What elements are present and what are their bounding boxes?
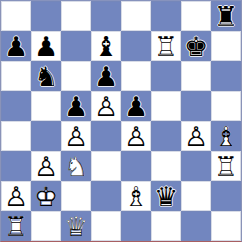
white-piece-fill-glyph: ♟ (31, 151, 61, 181)
square-f2[interactable]: ♛ (151, 181, 181, 211)
square-g7[interactable]: ♚ (181, 31, 211, 61)
black-piece-glyph: ♟ (91, 61, 121, 91)
white-piece-fill-glyph: ♜ (151, 31, 181, 61)
piece-black-king-icon: ♚ (181, 31, 211, 61)
black-piece-glyph: ♚ (181, 31, 211, 61)
black-piece-glyph: ♜ (211, 1, 241, 31)
square-e1[interactable] (121, 211, 151, 241)
square-d7[interactable]: ♝ (91, 31, 121, 61)
square-a1[interactable]: ♜♖ (1, 211, 31, 241)
square-e2[interactable]: ♝♗ (121, 181, 151, 211)
square-a4[interactable] (1, 121, 31, 151)
piece-white-rook-icon: ♜♖ (211, 151, 241, 181)
square-g2[interactable] (181, 181, 211, 211)
square-a3[interactable] (1, 151, 31, 181)
piece-black-pawn-icon: ♟ (31, 31, 61, 61)
piece-black-rook-icon: ♜ (211, 1, 241, 31)
piece-white-rook-icon: ♜♖ (1, 211, 31, 241)
square-f1[interactable] (151, 211, 181, 241)
piece-white-bishop-icon: ♝♗ (121, 181, 151, 211)
piece-white-queen-icon: ♛♕ (61, 211, 91, 241)
square-c4[interactable]: ♟♙ (61, 121, 91, 151)
square-b3[interactable]: ♟♙ (31, 151, 61, 181)
white-piece-fill-glyph: ♛ (61, 211, 91, 241)
square-g4[interactable]: ♟♙ (181, 121, 211, 151)
square-b5[interactable] (31, 91, 61, 121)
square-g5[interactable] (181, 91, 211, 121)
square-d8[interactable] (91, 1, 121, 31)
white-piece-outline-glyph: ♘ (61, 151, 91, 181)
square-b6[interactable]: ♞ (31, 61, 61, 91)
piece-black-pawn-icon: ♟ (91, 61, 121, 91)
square-h5[interactable] (211, 91, 241, 121)
square-a6[interactable] (1, 61, 31, 91)
square-e3[interactable] (121, 151, 151, 181)
square-c2[interactable] (61, 181, 91, 211)
square-a8[interactable] (1, 1, 31, 31)
piece-black-queen-icon: ♛ (151, 181, 181, 211)
white-piece-outline-glyph: ♙ (31, 151, 61, 181)
square-b1[interactable] (31, 211, 61, 241)
square-h2[interactable] (211, 181, 241, 211)
square-b4[interactable] (31, 121, 61, 151)
square-c8[interactable] (61, 1, 91, 31)
piece-black-knight-icon: ♞ (31, 61, 61, 91)
white-piece-outline-glyph: ♔ (31, 181, 61, 211)
square-d2[interactable] (91, 181, 121, 211)
square-d1[interactable] (91, 211, 121, 241)
square-f4[interactable] (151, 121, 181, 151)
white-piece-outline-glyph: ♗ (211, 121, 241, 151)
white-piece-fill-glyph: ♟ (181, 121, 211, 151)
square-e5[interactable]: ♟ (121, 91, 151, 121)
white-piece-outline-glyph: ♖ (1, 211, 31, 241)
square-d5[interactable]: ♟♙ (91, 91, 121, 121)
square-b2[interactable]: ♚♔ (31, 181, 61, 211)
square-b8[interactable] (31, 1, 61, 31)
white-piece-fill-glyph: ♞ (61, 151, 91, 181)
piece-white-pawn-icon: ♟♙ (1, 181, 31, 211)
black-piece-glyph: ♞ (31, 61, 61, 91)
white-piece-fill-glyph: ♟ (91, 91, 121, 121)
piece-white-rook-icon: ♜♖ (151, 31, 181, 61)
square-h8[interactable]: ♜ (211, 1, 241, 31)
square-e4[interactable]: ♟♙ (121, 121, 151, 151)
square-h6[interactable] (211, 61, 241, 91)
black-piece-glyph: ♟ (31, 31, 61, 61)
square-c3[interactable]: ♞♘ (61, 151, 91, 181)
piece-white-king-icon: ♚♔ (31, 181, 61, 211)
square-c6[interactable] (61, 61, 91, 91)
white-piece-outline-glyph: ♙ (121, 121, 151, 151)
square-h3[interactable]: ♜♖ (211, 151, 241, 181)
chess-board: ♜♟♟♝♜♖♚♞♟♟♟♙♟♟♙♟♙♟♙♝♗♟♙♞♘♜♖♟♙♚♔♝♗♛♜♖♛♕ (0, 0, 242, 242)
white-piece-outline-glyph: ♕ (61, 211, 91, 241)
black-piece-glyph: ♛ (151, 181, 181, 211)
white-piece-fill-glyph: ♚ (31, 181, 61, 211)
square-h4[interactable]: ♝♗ (211, 121, 241, 151)
white-piece-outline-glyph: ♖ (151, 31, 181, 61)
white-piece-outline-glyph: ♙ (61, 121, 91, 151)
white-piece-fill-glyph: ♟ (1, 181, 31, 211)
square-a7[interactable]: ♟ (1, 31, 31, 61)
square-f6[interactable] (151, 61, 181, 91)
square-f7[interactable]: ♜♖ (151, 31, 181, 61)
piece-white-pawn-icon: ♟♙ (91, 91, 121, 121)
square-a5[interactable] (1, 91, 31, 121)
black-piece-glyph: ♝ (91, 31, 121, 61)
black-piece-glyph: ♟ (121, 91, 151, 121)
white-piece-outline-glyph: ♙ (91, 91, 121, 121)
black-piece-glyph: ♟ (61, 91, 91, 121)
square-e7[interactable] (121, 31, 151, 61)
square-h1[interactable] (211, 211, 241, 241)
square-d3[interactable] (91, 151, 121, 181)
white-piece-outline-glyph: ♙ (1, 181, 31, 211)
piece-black-pawn-icon: ♟ (1, 31, 31, 61)
white-piece-fill-glyph: ♜ (211, 151, 241, 181)
square-g1[interactable] (181, 211, 211, 241)
white-piece-outline-glyph: ♖ (211, 151, 241, 181)
square-f5[interactable] (151, 91, 181, 121)
black-piece-glyph: ♟ (1, 31, 31, 61)
square-c7[interactable] (61, 31, 91, 61)
piece-white-pawn-icon: ♟♙ (61, 121, 91, 151)
square-b7[interactable]: ♟ (31, 31, 61, 61)
piece-black-bishop-icon: ♝ (91, 31, 121, 61)
square-g6[interactable] (181, 61, 211, 91)
piece-black-pawn-icon: ♟ (121, 91, 151, 121)
square-f8[interactable] (151, 1, 181, 31)
square-h7[interactable] (211, 31, 241, 61)
square-f3[interactable] (151, 151, 181, 181)
piece-black-pawn-icon: ♟ (61, 91, 91, 121)
square-c1[interactable]: ♛♕ (61, 211, 91, 241)
square-e6[interactable] (121, 61, 151, 91)
square-e8[interactable] (121, 1, 151, 31)
white-piece-fill-glyph: ♝ (121, 181, 151, 211)
square-d4[interactable] (91, 121, 121, 151)
piece-white-pawn-icon: ♟♙ (181, 121, 211, 151)
piece-white-knight-icon: ♞♘ (61, 151, 91, 181)
square-d6[interactable]: ♟ (91, 61, 121, 91)
white-piece-fill-glyph: ♜ (1, 211, 31, 241)
square-g3[interactable] (181, 151, 211, 181)
white-piece-fill-glyph: ♟ (61, 121, 91, 151)
piece-white-bishop-icon: ♝♗ (211, 121, 241, 151)
square-a2[interactable]: ♟♙ (1, 181, 31, 211)
piece-white-pawn-icon: ♟♙ (31, 151, 61, 181)
white-piece-fill-glyph: ♟ (121, 121, 151, 151)
square-c5[interactable]: ♟ (61, 91, 91, 121)
square-g8[interactable] (181, 1, 211, 31)
piece-white-pawn-icon: ♟♙ (121, 121, 151, 151)
white-piece-outline-glyph: ♙ (181, 121, 211, 151)
white-piece-fill-glyph: ♝ (211, 121, 241, 151)
white-piece-outline-glyph: ♗ (121, 181, 151, 211)
